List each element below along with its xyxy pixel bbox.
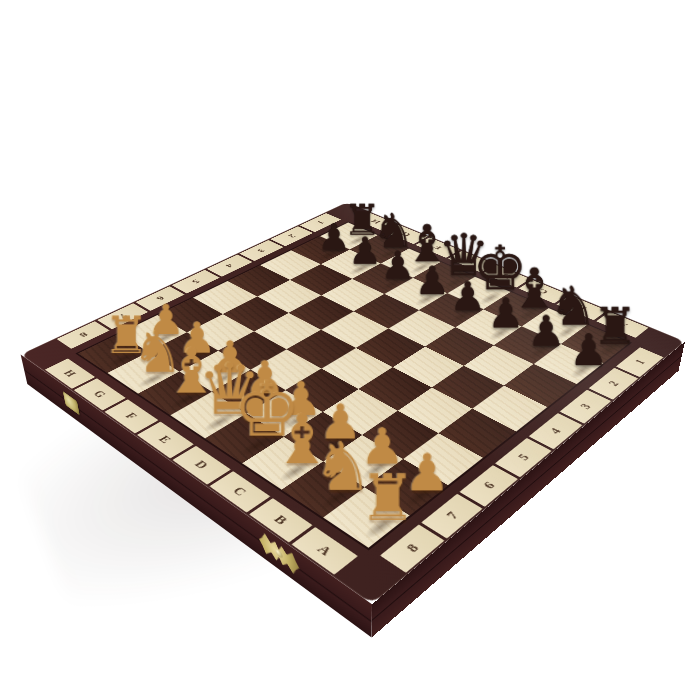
rank-label: 4	[223, 262, 237, 269]
brass-hinge-icon	[62, 391, 79, 416]
file-label: F	[122, 410, 142, 422]
file-label: G	[89, 388, 110, 400]
file-label: A	[313, 542, 336, 559]
rank-label: 4	[546, 425, 565, 436]
file-label: B	[269, 512, 291, 528]
piece-white-rook-a8[interactable]: ♜	[356, 466, 418, 529]
rank-label: 5	[514, 451, 534, 463]
file-label: E	[155, 433, 176, 446]
rank-label: 8	[76, 331, 90, 339]
file-label: D	[190, 458, 212, 472]
rank-label: 5	[189, 278, 203, 285]
rank-label: 2	[285, 233, 298, 239]
file-label: C	[228, 484, 250, 499]
rank-label: 8	[402, 541, 423, 556]
square-f5[interactable]	[254, 313, 321, 350]
rank-label: 6	[479, 479, 499, 492]
rank-label: 3	[576, 401, 595, 411]
rank-label: 1	[631, 357, 649, 366]
rank-label: 7	[442, 509, 463, 523]
file-label: H	[60, 368, 80, 379]
rank-label: 3	[255, 247, 268, 253]
piece-black-pawn-a2[interactable]: ♟	[563, 329, 614, 373]
rank-label: 2	[604, 379, 622, 389]
product-photo-scene: HGFEDCBA HGFEDCBA 87654321 87654321 ♜♟♟♜…	[0, 0, 700, 700]
